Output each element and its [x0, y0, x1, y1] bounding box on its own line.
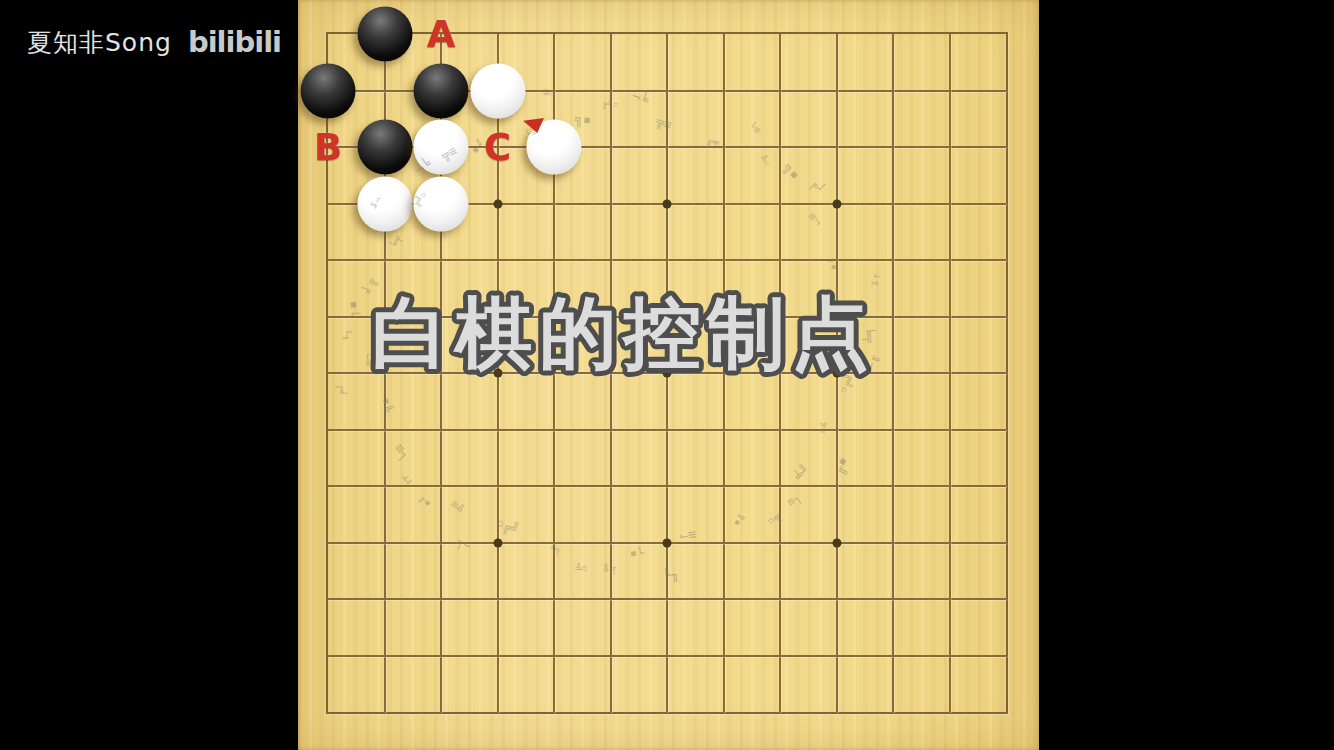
video-frame: 夏知非Song bilibili ABC ╔╝▫¬╘╦≡╓╤└≡╩▫╗▪╒┘≡¬…	[0, 0, 1334, 750]
white-stone	[470, 63, 525, 118]
black-stone	[357, 7, 412, 62]
grid-hline	[328, 655, 1006, 657]
point-label-C: C	[484, 126, 511, 169]
caption-text: 白棋的控制点	[371, 288, 875, 378]
star-point	[493, 199, 502, 208]
point-label-B: B	[314, 126, 342, 169]
grid-vline	[949, 34, 951, 712]
star-point	[832, 199, 841, 208]
black-stone	[301, 63, 356, 118]
star-point	[832, 538, 841, 547]
header-overlay: 夏知非Song bilibili	[27, 24, 281, 59]
channel-name: 夏知非Song	[27, 26, 172, 59]
black-stone	[357, 120, 412, 175]
star-point	[663, 538, 672, 547]
white-stone	[414, 120, 469, 175]
grid-hline	[328, 429, 1006, 431]
bilibili-logo: bilibili	[188, 25, 281, 59]
white-stone	[414, 176, 469, 231]
point-label-A: A	[427, 13, 456, 56]
black-stone	[414, 63, 469, 118]
grid-hline	[328, 485, 1006, 487]
star-point	[493, 538, 502, 547]
grid-hline	[328, 598, 1006, 600]
star-point	[663, 199, 672, 208]
go-board: ABC ╔╝▫¬╘╦≡╓╤└≡╩▫╗▪╒┘≡¬┐▪╛╔▫╦╘╤╜¬╔╝▫╦≡▪╜…	[298, 0, 1039, 750]
white-stone	[357, 176, 412, 231]
caption: 白棋的控制点	[298, 276, 944, 388]
